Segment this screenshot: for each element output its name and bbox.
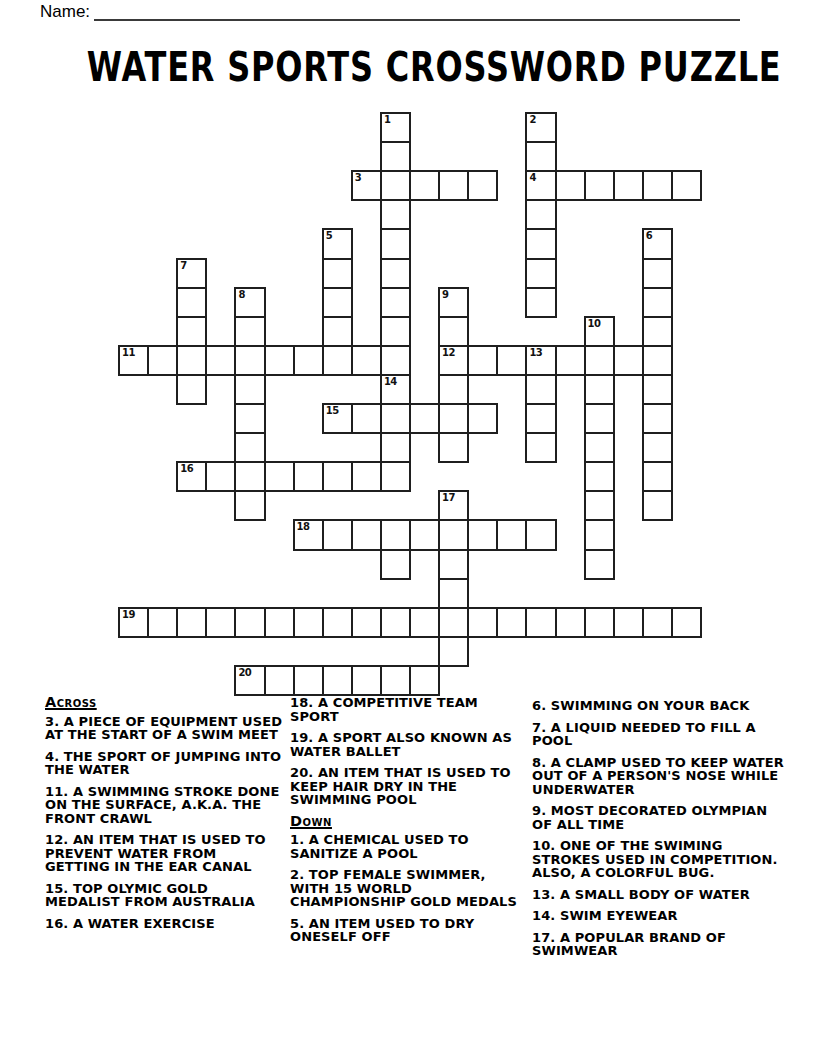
cell-r17c14[interactable] xyxy=(525,607,556,638)
cell-r2c17[interactable] xyxy=(613,170,644,201)
clue-6: 6. SWIMMING ON YOUR BACK xyxy=(532,699,784,713)
cell-r17c0[interactable]: 19 xyxy=(118,607,149,638)
clue-column-2: 18. A COMPETITIVE TEAM SPORT19. A SPORT … xyxy=(290,696,523,952)
page-title: WATER SPORTS CROSSWORD PUZZLE xyxy=(87,44,782,90)
cell-r13c18[interactable] xyxy=(642,490,673,521)
page-title-wrap: WATER SPORTS CROSSWORD PUZZLE xyxy=(0,44,816,90)
worksheet-page: Name: WATER SPORTS CROSSWORD PUZZLE 1234… xyxy=(0,0,816,1056)
cell-r17c7[interactable] xyxy=(322,607,353,638)
clue-4: 4. THE SPORT OF JUMPING INTO THE WATER xyxy=(45,750,283,777)
cell-number-13: 13 xyxy=(529,347,542,358)
cell-r8c0[interactable]: 11 xyxy=(118,345,149,376)
cell-r3c14[interactable] xyxy=(525,199,556,230)
cell-r12c3[interactable] xyxy=(205,461,236,492)
cell-r1c9[interactable] xyxy=(380,141,411,172)
cell-r18c11[interactable] xyxy=(438,636,469,667)
cell-number-4: 4 xyxy=(529,172,535,183)
cell-r19c10[interactable] xyxy=(409,665,440,696)
cell-r8c6[interactable] xyxy=(293,345,324,376)
cell-r3c9[interactable] xyxy=(380,199,411,230)
clue-3: 3. A PIECE OF EQUIPMENT USED AT THE STAR… xyxy=(45,715,283,742)
cell-r14c11[interactable] xyxy=(438,519,469,550)
cell-r8c13[interactable] xyxy=(496,345,527,376)
cell-r17c10[interactable] xyxy=(409,607,440,638)
cell-r0c14[interactable]: 2 xyxy=(525,112,556,143)
cell-r11c9[interactable] xyxy=(380,432,411,463)
cell-r4c18[interactable]: 6 xyxy=(642,228,673,259)
cell-number-3: 3 xyxy=(355,172,361,183)
cell-r9c11[interactable] xyxy=(438,374,469,405)
cell-r12c9[interactable] xyxy=(380,461,411,492)
cell-r13c11[interactable]: 17 xyxy=(438,490,469,521)
cell-r8c7[interactable] xyxy=(322,345,353,376)
cell-r4c14[interactable] xyxy=(525,228,556,259)
cell-r8c2[interactable] xyxy=(176,345,207,376)
name-blank-line[interactable] xyxy=(94,0,740,21)
cell-r10c12[interactable] xyxy=(467,403,498,434)
cell-r14c9[interactable] xyxy=(380,519,411,550)
cell-r12c18[interactable] xyxy=(642,461,673,492)
cell-number-7: 7 xyxy=(180,260,186,271)
cell-number-20: 20 xyxy=(238,667,251,678)
clue-column-1: Across3. A PIECE OF EQUIPMENT USED AT TH… xyxy=(45,696,283,938)
cell-r19c5[interactable] xyxy=(264,665,295,696)
cell-number-8: 8 xyxy=(238,289,244,300)
clue-column-3: 6. SWIMMING ON YOUR BACK7. A LIQUID NEED… xyxy=(532,699,784,966)
cell-r8c1[interactable] xyxy=(147,345,178,376)
cell-number-15: 15 xyxy=(326,405,339,416)
cell-r9c4[interactable] xyxy=(234,374,265,405)
cell-r2c15[interactable] xyxy=(555,170,586,201)
cell-r14c7[interactable] xyxy=(322,519,353,550)
cell-r8c12[interactable] xyxy=(467,345,498,376)
cell-r16c11[interactable] xyxy=(438,578,469,609)
cell-r9c2[interactable] xyxy=(176,374,207,405)
clue-1: 1. A CHEMICAL USED TO SANITIZE A POOL xyxy=(290,833,523,860)
cell-r2c9[interactable] xyxy=(380,170,411,201)
cell-r12c2[interactable]: 16 xyxy=(176,461,207,492)
clue-17: 17. A POPULAR BRAND OF SWIMWEAR xyxy=(532,931,784,958)
cell-number-11: 11 xyxy=(122,347,135,358)
cell-r7c7[interactable] xyxy=(322,316,353,347)
cell-r10c18[interactable] xyxy=(642,403,673,434)
cell-r17c5[interactable] xyxy=(264,607,295,638)
clue-20: 20. AN ITEM THAT IS USED TO KEEP HAIR DR… xyxy=(290,766,523,807)
cell-r14c6[interactable]: 18 xyxy=(293,519,324,550)
cell-r4c7[interactable]: 5 xyxy=(322,228,353,259)
cell-r19c4[interactable]: 20 xyxy=(234,665,265,696)
cell-r8c15[interactable] xyxy=(555,345,586,376)
cell-r10c10[interactable] xyxy=(409,403,440,434)
cell-r9c18[interactable] xyxy=(642,374,673,405)
cell-r5c2[interactable]: 7 xyxy=(176,258,207,289)
cell-r17c3[interactable] xyxy=(205,607,236,638)
cell-number-6: 6 xyxy=(646,230,652,241)
cell-r14c14[interactable] xyxy=(525,519,556,550)
cell-r12c16[interactable] xyxy=(584,461,615,492)
cell-r6c11[interactable]: 9 xyxy=(438,287,469,318)
cell-r19c7[interactable] xyxy=(322,665,353,696)
cell-r15c16[interactable] xyxy=(584,549,615,580)
cell-r8c17[interactable] xyxy=(613,345,644,376)
cell-r6c4[interactable]: 8 xyxy=(234,287,265,318)
cell-number-16: 16 xyxy=(180,463,193,474)
cell-r4c9[interactable] xyxy=(380,228,411,259)
clue-5: 5. AN ITEM USED TO DRY ONESELF OFF xyxy=(290,917,523,944)
cell-r9c9[interactable]: 14 xyxy=(380,374,411,405)
cell-r8c11[interactable]: 12 xyxy=(438,345,469,376)
cell-r12c7[interactable] xyxy=(322,461,353,492)
cell-r6c9[interactable] xyxy=(380,287,411,318)
cell-r8c8[interactable] xyxy=(351,345,382,376)
cell-r17c6[interactable] xyxy=(293,607,324,638)
clue-16: 16. A WATER EXERCISE xyxy=(45,917,283,931)
cell-r11c4[interactable] xyxy=(234,432,265,463)
cell-r6c18[interactable] xyxy=(642,287,673,318)
cell-number-19: 19 xyxy=(122,609,135,620)
cell-r17c16[interactable] xyxy=(584,607,615,638)
cell-r15c11[interactable] xyxy=(438,549,469,580)
clue-19: 19. A SPORT ALSO KNOWN AS WATER BALLET xyxy=(290,731,523,758)
cell-number-12: 12 xyxy=(442,347,455,358)
cell-r8c4[interactable] xyxy=(234,345,265,376)
cell-r5c14[interactable] xyxy=(525,258,556,289)
cell-r6c14[interactable] xyxy=(525,287,556,318)
cell-r7c2[interactable] xyxy=(176,316,207,347)
cell-r13c16[interactable] xyxy=(584,490,615,521)
cell-r6c7[interactable] xyxy=(322,287,353,318)
cell-r17c19[interactable] xyxy=(671,607,702,638)
cell-r15c9[interactable] xyxy=(380,549,411,580)
cell-r12c4[interactable] xyxy=(234,461,265,492)
cell-r8c9[interactable] xyxy=(380,345,411,376)
name-label: Name: xyxy=(40,2,90,22)
cell-r10c4[interactable] xyxy=(234,403,265,434)
cell-r17c4[interactable] xyxy=(234,607,265,638)
cell-r11c18[interactable] xyxy=(642,432,673,463)
cell-r14c16[interactable] xyxy=(584,519,615,550)
cell-r14c8[interactable] xyxy=(351,519,382,550)
cell-r14c12[interactable] xyxy=(467,519,498,550)
crossword-grid: 1234567891011121314151617181920 xyxy=(118,112,702,696)
cell-r17c11[interactable] xyxy=(438,607,469,638)
clue-13: 13. A SMALL BODY OF WATER xyxy=(532,888,784,902)
cell-r0c9[interactable]: 1 xyxy=(380,112,411,143)
cell-r8c5[interactable] xyxy=(264,345,295,376)
cell-r17c17[interactable] xyxy=(613,607,644,638)
cell-number-14: 14 xyxy=(384,376,397,387)
cell-r7c18[interactable] xyxy=(642,316,673,347)
clue-18: 18. A COMPETITIVE TEAM SPORT xyxy=(290,696,523,723)
clue-8: 8. A CLAMP USED TO KEEP WATER OUT OF A P… xyxy=(532,756,784,797)
cell-r7c9[interactable] xyxy=(380,316,411,347)
clue-10: 10. ONE OF THE SWIMING STROKES USED IN C… xyxy=(532,839,784,880)
clue-11: 11. A SWIMMING STROKE DONE ON THE SURFAC… xyxy=(45,785,283,826)
cell-r10c8[interactable] xyxy=(351,403,382,434)
cell-number-1: 1 xyxy=(384,114,390,125)
cell-r10c7[interactable]: 15 xyxy=(322,403,353,434)
cell-r8c18[interactable] xyxy=(642,345,673,376)
cell-r14c13[interactable] xyxy=(496,519,527,550)
cell-r10c14[interactable] xyxy=(525,403,556,434)
cell-r19c8[interactable] xyxy=(351,665,382,696)
cell-r11c11[interactable] xyxy=(438,432,469,463)
clue-12: 12. AN ITEM THAT IS USED TO PREVENT WATE… xyxy=(45,833,283,874)
cell-r5c7[interactable] xyxy=(322,258,353,289)
cell-r17c2[interactable] xyxy=(176,607,207,638)
cell-r2c8[interactable]: 3 xyxy=(351,170,382,201)
cell-r17c13[interactable] xyxy=(496,607,527,638)
cell-r10c11[interactable] xyxy=(438,403,469,434)
cell-r2c16[interactable] xyxy=(584,170,615,201)
cell-number-10: 10 xyxy=(588,318,601,329)
clue-7: 7. A LIQUID NEEDED TO FILL A POOL xyxy=(532,721,784,748)
clue-9: 9. MOST DECORATED OLYMPIAN OF ALL TIME xyxy=(532,804,784,831)
cell-r17c8[interactable] xyxy=(351,607,382,638)
cell-r17c18[interactable] xyxy=(642,607,673,638)
cell-r13c4[interactable] xyxy=(234,490,265,521)
cell-r9c16[interactable] xyxy=(584,374,615,405)
cell-r12c5[interactable] xyxy=(264,461,295,492)
cell-r10c16[interactable] xyxy=(584,403,615,434)
cell-r1c14[interactable] xyxy=(525,141,556,172)
cell-r8c14[interactable]: 13 xyxy=(525,345,556,376)
cell-r19c6[interactable] xyxy=(293,665,324,696)
cell-r5c9[interactable] xyxy=(380,258,411,289)
cell-number-9: 9 xyxy=(442,289,448,300)
cell-number-2: 2 xyxy=(529,114,535,125)
cell-r19c9[interactable] xyxy=(380,665,411,696)
cell-r5c18[interactable] xyxy=(642,258,673,289)
cell-r2c18[interactable] xyxy=(642,170,673,201)
cell-r17c9[interactable] xyxy=(380,607,411,638)
cell-r7c11[interactable] xyxy=(438,316,469,347)
cell-r2c12[interactable] xyxy=(467,170,498,201)
cell-r8c3[interactable] xyxy=(205,345,236,376)
cell-r14c10[interactable] xyxy=(409,519,440,550)
cell-r17c12[interactable] xyxy=(467,607,498,638)
down-heading: Down xyxy=(290,815,523,829)
clue-2: 2. TOP FEMALE SWIMMER, WITH 15 WORLD CHA… xyxy=(290,868,523,909)
cell-r7c4[interactable] xyxy=(234,316,265,347)
cell-number-5: 5 xyxy=(326,230,332,241)
cell-r2c14[interactable]: 4 xyxy=(525,170,556,201)
clue-15: 15. TOP OLYMIC GOLD MEDALIST FROM AUSTRA… xyxy=(45,882,283,909)
cell-r6c2[interactable] xyxy=(176,287,207,318)
cell-r12c6[interactable] xyxy=(293,461,324,492)
cell-r9c14[interactable] xyxy=(525,374,556,405)
cell-r11c14[interactable] xyxy=(525,432,556,463)
cell-r2c19[interactable] xyxy=(671,170,702,201)
across-heading: Across xyxy=(45,696,283,710)
cell-r2c10[interactable] xyxy=(409,170,440,201)
cell-r2c11[interactable] xyxy=(438,170,469,201)
cell-r10c9[interactable] xyxy=(380,403,411,434)
clue-14: 14. SWIM EYEWEAR xyxy=(532,909,784,923)
cell-r17c15[interactable] xyxy=(555,607,586,638)
cell-r11c16[interactable] xyxy=(584,432,615,463)
cell-r7c16[interactable]: 10 xyxy=(584,316,615,347)
cell-r8c16[interactable] xyxy=(584,345,615,376)
cell-r17c1[interactable] xyxy=(147,607,178,638)
cell-r12c8[interactable] xyxy=(351,461,382,492)
cell-number-18: 18 xyxy=(297,521,310,532)
cell-number-17: 17 xyxy=(442,492,455,503)
